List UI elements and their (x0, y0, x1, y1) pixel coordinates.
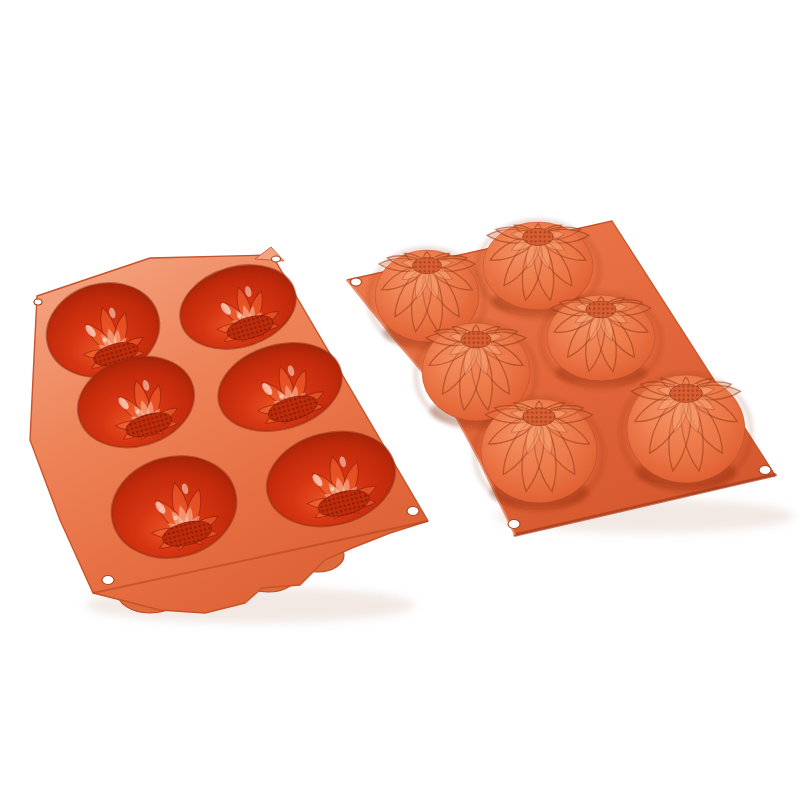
flower-center-dots (669, 384, 702, 402)
corner-hole (508, 520, 520, 529)
flower-center-dots (461, 331, 491, 348)
right-mold-tray (347, 221, 775, 535)
flower-center-dots (523, 408, 555, 426)
flower-center-dots (412, 258, 441, 274)
flower-center-dots (523, 228, 554, 245)
flower-center-dots (586, 301, 616, 318)
product-photo (0, 0, 800, 800)
dome-4 (547, 295, 655, 385)
dome-5 (481, 399, 597, 508)
corner-hole (34, 299, 42, 305)
dome-6 (627, 375, 745, 488)
photo-canvas (0, 0, 800, 800)
corner-hole (407, 507, 419, 516)
corner-hole (272, 256, 281, 262)
corner-hole (351, 278, 362, 286)
corner-hole (102, 576, 114, 585)
corner-hole (759, 466, 771, 475)
